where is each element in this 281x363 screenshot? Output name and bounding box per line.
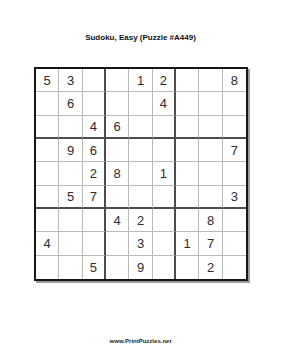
sudoku-cell-r3c8-empty[interactable] bbox=[199, 116, 222, 139]
sudoku-cell-r5c6-given: 1 bbox=[153, 162, 176, 185]
sudoku-cell-r6c7-empty[interactable] bbox=[176, 186, 199, 209]
sudoku-cell-r9c1-empty[interactable] bbox=[36, 256, 59, 279]
sudoku-cell-r9c2-empty[interactable] bbox=[59, 256, 82, 279]
sudoku-cell-r1c8-empty[interactable] bbox=[199, 69, 222, 92]
sudoku-cell-r9c4-empty[interactable] bbox=[106, 256, 129, 279]
sudoku-cell-r8c1-given: 4 bbox=[36, 232, 59, 255]
sudoku-cell-r2c9-empty[interactable] bbox=[223, 92, 246, 115]
sudoku-cell-r3c9-empty[interactable] bbox=[223, 116, 246, 139]
puzzle-title: Sudoku, Easy (Puzzle #A449) bbox=[0, 33, 281, 42]
sudoku-cell-r5c1-empty[interactable] bbox=[36, 162, 59, 185]
sudoku-cell-r6c8-empty[interactable] bbox=[199, 186, 222, 209]
sudoku-cell-r9c3-given: 5 bbox=[83, 256, 106, 279]
sudoku-cell-r1c6-given: 2 bbox=[153, 69, 176, 92]
sudoku-cell-r1c5-given: 1 bbox=[129, 69, 152, 92]
sudoku-cell-r5c8-empty[interactable] bbox=[199, 162, 222, 185]
sudoku-cell-r7c6-empty[interactable] bbox=[153, 209, 176, 232]
sudoku-cell-r1c3-empty[interactable] bbox=[83, 69, 106, 92]
sudoku-cell-r7c1-empty[interactable] bbox=[36, 209, 59, 232]
sudoku-cell-r8c9-empty[interactable] bbox=[223, 232, 246, 255]
sudoku-cell-r6c5-empty[interactable] bbox=[129, 186, 152, 209]
sudoku-cell-r2c6-given: 4 bbox=[153, 92, 176, 115]
sudoku-cell-r9c5-given: 9 bbox=[129, 256, 152, 279]
sudoku-cell-r6c3-given: 7 bbox=[83, 186, 106, 209]
sudoku-cell-r2c5-empty[interactable] bbox=[129, 92, 152, 115]
sudoku-cell-r6c2-given: 5 bbox=[59, 186, 82, 209]
sudoku-cell-r3c2-empty[interactable] bbox=[59, 116, 82, 139]
sudoku-cell-r2c8-empty[interactable] bbox=[199, 92, 222, 115]
sudoku-cell-r3c4-given: 6 bbox=[106, 116, 129, 139]
sudoku-cell-r6c6-empty[interactable] bbox=[153, 186, 176, 209]
sudoku-cell-r1c1-given: 5 bbox=[36, 69, 59, 92]
sudoku-cell-r7c5-given: 2 bbox=[129, 209, 152, 232]
sudoku-cell-r5c2-empty[interactable] bbox=[59, 162, 82, 185]
sudoku-cell-r3c3-given: 4 bbox=[83, 116, 106, 139]
sudoku-cell-r5c3-given: 2 bbox=[83, 162, 106, 185]
sudoku-cell-r2c3-empty[interactable] bbox=[83, 92, 106, 115]
sudoku-cell-r3c1-empty[interactable] bbox=[36, 116, 59, 139]
sudoku-cell-r8c4-empty[interactable] bbox=[106, 232, 129, 255]
sudoku-cell-r4c3-given: 6 bbox=[83, 139, 106, 162]
footer-url: www.PrintPuzzles.net bbox=[0, 338, 281, 344]
sudoku-cell-r2c1-empty[interactable] bbox=[36, 92, 59, 115]
sudoku-cell-r3c5-empty[interactable] bbox=[129, 116, 152, 139]
sudoku-cell-r4c2-given: 9 bbox=[59, 139, 82, 162]
sudoku-cell-r3c6-empty[interactable] bbox=[153, 116, 176, 139]
sudoku-cell-r4c9-given: 7 bbox=[223, 139, 246, 162]
sudoku-cell-r8c6-empty[interactable] bbox=[153, 232, 176, 255]
sudoku-cell-r6c9-given: 3 bbox=[223, 186, 246, 209]
sudoku-cell-r3c7-empty[interactable] bbox=[176, 116, 199, 139]
sudoku-cell-r9c8-given: 2 bbox=[199, 256, 222, 279]
sudoku-cell-r8c5-given: 3 bbox=[129, 232, 152, 255]
sudoku-cell-r7c4-given: 4 bbox=[106, 209, 129, 232]
sudoku-cell-r2c7-empty[interactable] bbox=[176, 92, 199, 115]
sudoku-cell-r8c2-empty[interactable] bbox=[59, 232, 82, 255]
sudoku-cell-r4c8-empty[interactable] bbox=[199, 139, 222, 162]
sudoku-board: 5312864469672815734284317592 bbox=[34, 67, 248, 281]
sudoku-cell-r9c7-empty[interactable] bbox=[176, 256, 199, 279]
sudoku-cell-r2c4-empty[interactable] bbox=[106, 92, 129, 115]
sudoku-cell-r8c7-given: 1 bbox=[176, 232, 199, 255]
sudoku-cell-r5c4-given: 8 bbox=[106, 162, 129, 185]
sudoku-cell-r4c7-empty[interactable] bbox=[176, 139, 199, 162]
sudoku-cell-r8c8-given: 7 bbox=[199, 232, 222, 255]
sudoku-cell-r5c9-empty[interactable] bbox=[223, 162, 246, 185]
sudoku-cell-r1c7-empty[interactable] bbox=[176, 69, 199, 92]
sudoku-cell-r7c3-empty[interactable] bbox=[83, 209, 106, 232]
sudoku-cell-r1c2-given: 3 bbox=[59, 69, 82, 92]
sudoku-cell-r7c8-given: 8 bbox=[199, 209, 222, 232]
sudoku-cell-r4c4-empty[interactable] bbox=[106, 139, 129, 162]
sudoku-cell-r9c6-empty[interactable] bbox=[153, 256, 176, 279]
sudoku-cell-r1c9-given: 8 bbox=[223, 69, 246, 92]
sudoku-cell-r5c7-empty[interactable] bbox=[176, 162, 199, 185]
sudoku-cell-r7c7-empty[interactable] bbox=[176, 209, 199, 232]
sudoku-cell-r9c9-empty[interactable] bbox=[223, 256, 246, 279]
sudoku-cell-r8c3-empty[interactable] bbox=[83, 232, 106, 255]
sudoku-cell-r4c1-empty[interactable] bbox=[36, 139, 59, 162]
sudoku-cell-r4c5-empty[interactable] bbox=[129, 139, 152, 162]
sudoku-cell-r7c2-empty[interactable] bbox=[59, 209, 82, 232]
sudoku-cell-r4c6-empty[interactable] bbox=[153, 139, 176, 162]
sudoku-cell-r6c1-empty[interactable] bbox=[36, 186, 59, 209]
sudoku-cell-r5c5-empty[interactable] bbox=[129, 162, 152, 185]
sudoku-cell-r2c2-given: 6 bbox=[59, 92, 82, 115]
sudoku-cell-r6c4-empty[interactable] bbox=[106, 186, 129, 209]
sudoku-cell-r7c9-empty[interactable] bbox=[223, 209, 246, 232]
sudoku-cell-r1c4-empty[interactable] bbox=[106, 69, 129, 92]
